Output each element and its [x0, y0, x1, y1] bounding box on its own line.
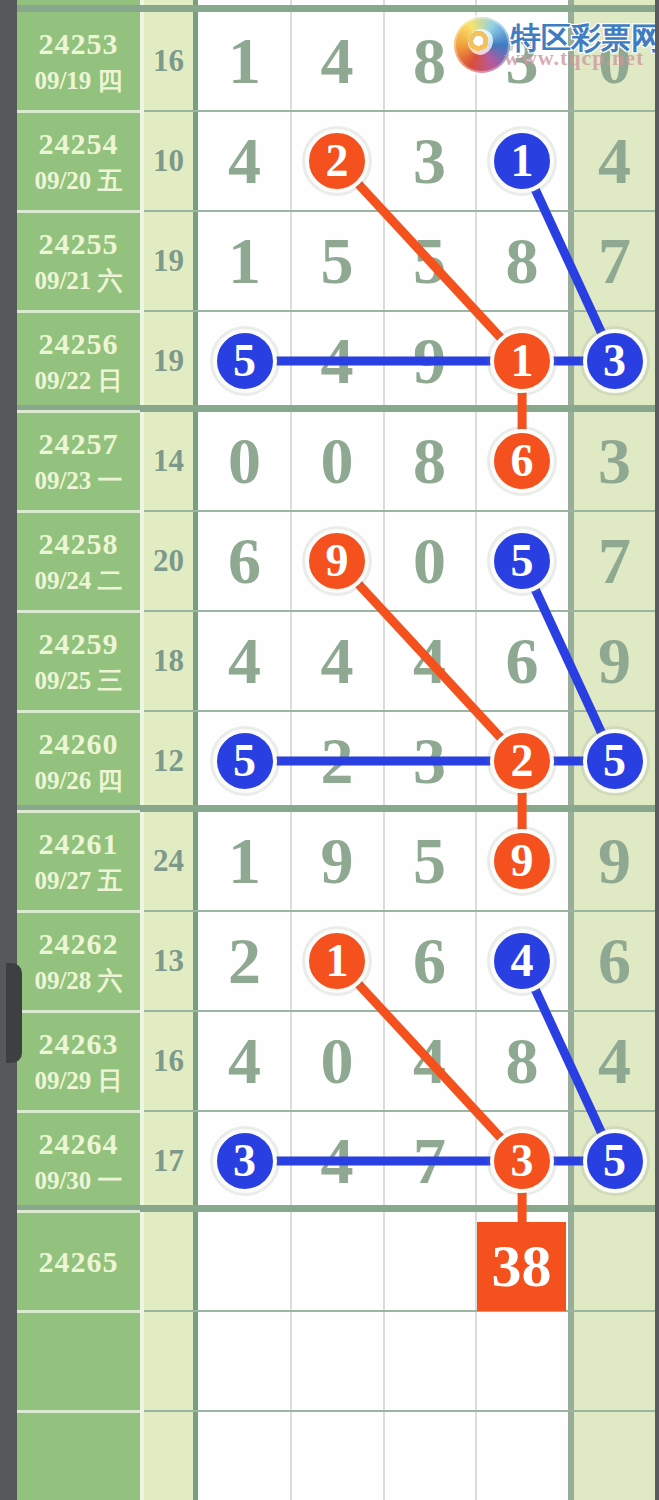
orange-marked-digit: 2	[305, 129, 369, 193]
digit: 6	[413, 928, 446, 994]
group-separator	[17, 5, 655, 12]
issue-row-separator	[17, 910, 140, 913]
digit: 9	[598, 828, 631, 894]
issue-number: 24264	[17, 1129, 140, 1159]
issue-row-separator	[17, 210, 140, 213]
sum-value: 10	[144, 144, 193, 178]
issue-cell: 2426409/30 一	[17, 1111, 140, 1209]
digit: 6	[598, 928, 631, 994]
issue-number: 24259	[17, 629, 140, 659]
sum-value: 16	[144, 44, 193, 78]
issue-cell: 2425309/19 四	[17, 11, 140, 109]
digit: 3	[598, 428, 631, 494]
digit: 4	[598, 1028, 631, 1094]
digit: 4	[228, 1028, 261, 1094]
digit: 1	[228, 228, 261, 294]
orange-marked-digit: 1	[490, 329, 554, 393]
issue-number: 24256	[17, 329, 140, 359]
sum-value: 19	[144, 344, 193, 378]
draw-date: 09/27 五	[17, 868, 140, 893]
digit: 4	[228, 128, 261, 194]
row-separator	[144, 1010, 655, 1012]
issue-number: 24262	[17, 929, 140, 959]
issue-row-separator	[17, 1310, 140, 1313]
site-watermark: www.tqcp.net	[504, 45, 644, 71]
orange-marked-digit: 6	[490, 429, 554, 493]
draw-date: 09/25 三	[17, 668, 140, 693]
blue-marked-digit: 5	[213, 329, 277, 393]
digit: 8	[413, 428, 446, 494]
digit: 6	[228, 528, 261, 594]
digit: 9	[413, 328, 446, 394]
issue-cell: 2426309/29 日	[17, 1011, 140, 1109]
digit: 7	[413, 1128, 446, 1194]
issue-row-separator	[17, 310, 140, 313]
draw-date: 09/23 一	[17, 468, 140, 493]
issue-row-separator	[17, 1410, 140, 1413]
column-separator	[383, 0, 385, 1500]
issue-cell: 2425809/24 二	[17, 511, 140, 609]
issue-number: 24265	[17, 1247, 140, 1277]
digit: 2	[321, 728, 354, 794]
blue-marked-digit: 5	[213, 729, 277, 793]
digit: 0	[228, 428, 261, 494]
issue-number: 24260	[17, 729, 140, 759]
drawer-handle[interactable]	[6, 963, 22, 1063]
issue-cell: 2425609/22 日	[17, 311, 140, 409]
sum-value: 16	[144, 1044, 193, 1078]
digit: 8	[506, 228, 539, 294]
right-dark-edge	[655, 0, 659, 1500]
draw-date: 09/22 日	[17, 368, 140, 393]
issue-row-separator	[17, 810, 140, 813]
digit: 0	[413, 528, 446, 594]
digit: 9	[321, 828, 354, 894]
digit: 4	[321, 628, 354, 694]
digit: 1	[228, 828, 261, 894]
digit: 4	[321, 328, 354, 394]
digit: 6	[506, 628, 539, 694]
row-separator	[144, 1410, 655, 1412]
sum-value: 14	[144, 444, 193, 478]
left-dark-edge	[0, 0, 17, 1500]
draw-date: 09/19 四	[17, 68, 140, 93]
blue-marked-digit: 3	[583, 329, 647, 393]
issue-row-separator	[17, 410, 140, 413]
row-separator	[144, 910, 655, 912]
pending-miss-box: 38	[477, 1222, 566, 1311]
issue-number: 24261	[17, 829, 140, 859]
draw-date: 09/29 日	[17, 1068, 140, 1093]
orange-marked-digit: 1	[305, 929, 369, 993]
issue-number: 24257	[17, 429, 140, 459]
blue-marked-digit: 4	[490, 929, 554, 993]
orange-marked-digit: 3	[490, 1129, 554, 1193]
issue-number: 24254	[17, 129, 140, 159]
digit: 4	[413, 628, 446, 694]
sum-value: 18	[144, 644, 193, 678]
row-separator	[144, 710, 655, 712]
draw-date: 09/20 五	[17, 168, 140, 193]
issue-row-separator	[17, 110, 140, 113]
issue-row-separator	[17, 610, 140, 613]
issue-cell: 2425509/21 六	[17, 211, 140, 309]
draw-date: 09/24 二	[17, 568, 140, 593]
digit: 4	[598, 128, 631, 194]
digit: 4	[321, 28, 354, 94]
draw-date: 09/26 四	[17, 768, 140, 793]
issue-row-separator	[17, 1210, 140, 1213]
digit: 7	[598, 528, 631, 594]
row-separator	[144, 610, 655, 612]
digit: 0	[321, 1028, 354, 1094]
issue-number: 24253	[17, 29, 140, 59]
row-separator	[144, 310, 655, 312]
digit: 5	[413, 828, 446, 894]
lottery-trend-screen: 2425309/19 四16148302425409/20 五104342425…	[0, 0, 659, 1500]
issue-row-separator	[17, 710, 140, 713]
issue-cell: 2426109/27 五	[17, 811, 140, 909]
sum-value: 12	[144, 744, 193, 778]
row-separator	[144, 210, 655, 212]
row-separator	[144, 1310, 655, 1312]
digit: 4	[413, 1028, 446, 1094]
digit: 8	[506, 1028, 539, 1094]
digit: 5	[413, 228, 446, 294]
blue-marked-digit: 1	[490, 129, 554, 193]
draw-date: 09/30 一	[17, 1168, 140, 1193]
draw-date: 09/21 六	[17, 268, 140, 293]
site-logo-swirl-icon	[454, 17, 510, 73]
digit: 9	[598, 628, 631, 694]
row-separator	[144, 1110, 655, 1112]
issue-row-separator	[17, 510, 140, 513]
issue-number: 24258	[17, 529, 140, 559]
row-separator	[144, 510, 655, 512]
sum-value: 24	[144, 844, 193, 878]
orange-marked-digit: 2	[490, 729, 554, 793]
digit: 5	[321, 228, 354, 294]
digit: 4	[321, 1128, 354, 1194]
digit: 0	[321, 428, 354, 494]
sum-value: 19	[144, 244, 193, 278]
orange-marked-digit: 9	[305, 529, 369, 593]
orange-marked-digit: 9	[490, 829, 554, 893]
issue-cell: 2425909/25 三	[17, 611, 140, 709]
blue-marked-digit: 3	[213, 1129, 277, 1193]
digit: 2	[228, 928, 261, 994]
column-separator	[290, 0, 292, 1500]
digit: 1	[228, 28, 261, 94]
sum-value: 20	[144, 544, 193, 578]
blue-marked-digit: 5	[583, 729, 647, 793]
issue-row-separator	[17, 1010, 140, 1013]
issue-cell-pending: 24265	[17, 1211, 140, 1309]
digit: 4	[228, 628, 261, 694]
issue-number: 24255	[17, 229, 140, 259]
issue-cell: 2425409/20 五	[17, 111, 140, 209]
digit: 3	[413, 728, 446, 794]
issue-row-separator	[17, 1110, 140, 1113]
digit: 7	[598, 228, 631, 294]
issue-cell: 2425709/23 一	[17, 411, 140, 509]
digit: 3	[413, 128, 446, 194]
row-separator	[144, 110, 655, 112]
draw-date: 09/28 六	[17, 968, 140, 993]
issue-cell: 2426209/28 六	[17, 911, 140, 1009]
issue-cell: 2426009/26 四	[17, 711, 140, 809]
digit: 8	[413, 28, 446, 94]
blue-marked-digit: 5	[490, 529, 554, 593]
sum-value: 17	[144, 1144, 193, 1178]
sum-value: 13	[144, 944, 193, 978]
issue-number: 24263	[17, 1029, 140, 1059]
blue-marked-digit: 5	[583, 1129, 647, 1193]
